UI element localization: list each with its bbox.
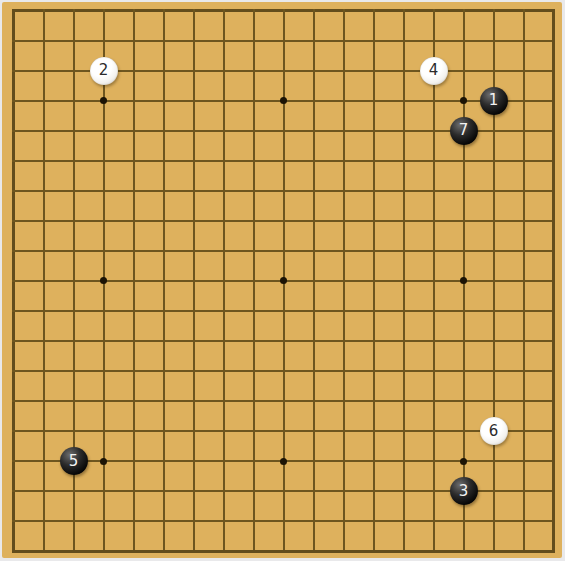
stone-white-move-2: 2 xyxy=(90,57,118,85)
move-number-label: 6 xyxy=(489,424,499,439)
star-point xyxy=(460,458,467,465)
move-number-label: 7 xyxy=(459,123,469,138)
stone-black-move-5: 5 xyxy=(60,447,88,475)
screenshot-stage: 1234567 xyxy=(0,0,565,561)
move-number-label: 5 xyxy=(69,454,79,469)
grid-line-horizontal xyxy=(12,550,555,553)
grid-line-vertical xyxy=(552,9,555,553)
move-number-label: 2 xyxy=(99,63,109,78)
grid-line-vertical xyxy=(343,9,345,553)
grid-line-vertical xyxy=(433,9,435,553)
grid-line-vertical xyxy=(523,9,525,553)
star-point xyxy=(100,458,107,465)
grid-line-horizontal xyxy=(12,310,555,312)
stone-white-move-4: 4 xyxy=(420,57,448,85)
grid-line-horizontal xyxy=(12,430,555,432)
grid-line-horizontal xyxy=(12,340,555,342)
move-number-label: 4 xyxy=(429,63,439,78)
move-number-label: 1 xyxy=(489,93,499,108)
stone-black-move-7: 7 xyxy=(450,117,478,145)
stone-white-move-6: 6 xyxy=(480,417,508,445)
grid-line-horizontal xyxy=(12,520,555,522)
grid-line-horizontal xyxy=(12,370,555,372)
stone-black-move-1: 1 xyxy=(480,87,508,115)
grid-line-vertical xyxy=(403,9,405,553)
grid-line-horizontal xyxy=(12,400,555,402)
star-point xyxy=(280,458,287,465)
grid-line-vertical xyxy=(313,9,315,553)
grid-line-vertical xyxy=(373,9,375,553)
stone-black-move-3: 3 xyxy=(450,477,478,505)
move-number-label: 3 xyxy=(459,484,469,499)
